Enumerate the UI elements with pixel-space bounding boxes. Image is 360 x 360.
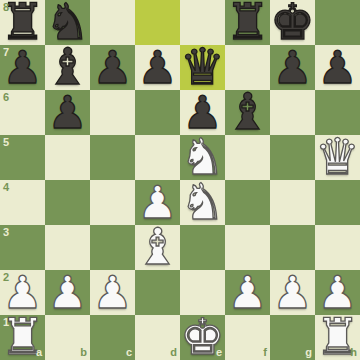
black-bishop[interactable]: ♝ bbox=[225, 90, 270, 135]
file-label-a: a bbox=[36, 347, 42, 358]
square-c7[interactable]: ♟ bbox=[90, 45, 135, 90]
square-a6[interactable]: 6 bbox=[0, 90, 45, 135]
square-e1[interactable]: e♚ bbox=[180, 315, 225, 360]
rank-label-7: 7 bbox=[3, 47, 9, 58]
square-a1[interactable]: 1a♜ bbox=[0, 315, 45, 360]
square-g5[interactable] bbox=[270, 135, 315, 180]
square-d5[interactable] bbox=[135, 135, 180, 180]
square-d3[interactable]: ♝ bbox=[135, 225, 180, 270]
square-e3[interactable] bbox=[180, 225, 225, 270]
rank-label-1: 1 bbox=[3, 317, 9, 328]
square-d7[interactable]: ♟ bbox=[135, 45, 180, 90]
square-d6[interactable] bbox=[135, 90, 180, 135]
square-a4[interactable]: 4 bbox=[0, 180, 45, 225]
file-label-f: f bbox=[263, 347, 267, 358]
white-pawn[interactable]: ♟ bbox=[47, 270, 87, 315]
square-h3[interactable] bbox=[315, 225, 360, 270]
square-h5[interactable]: ♛ bbox=[315, 135, 360, 180]
square-f2[interactable]: ♟ bbox=[225, 270, 270, 315]
square-b7[interactable]: ♝ bbox=[45, 45, 90, 90]
white-pawn[interactable]: ♟ bbox=[227, 270, 267, 315]
square-f1[interactable]: f bbox=[225, 315, 270, 360]
black-pawn[interactable]: ♟ bbox=[47, 90, 87, 135]
black-pawn[interactable]: ♟ bbox=[137, 45, 177, 90]
square-g6[interactable] bbox=[270, 90, 315, 135]
square-c1[interactable]: c bbox=[90, 315, 135, 360]
square-a7[interactable]: 7♟ bbox=[0, 45, 45, 90]
square-f8[interactable]: ♜ bbox=[225, 0, 270, 45]
black-bishop[interactable]: ♝ bbox=[45, 45, 90, 90]
white-queen[interactable]: ♛ bbox=[315, 135, 360, 180]
square-h1[interactable]: h♜ bbox=[315, 315, 360, 360]
square-g7[interactable]: ♟ bbox=[270, 45, 315, 90]
file-label-d: d bbox=[170, 347, 177, 358]
white-knight[interactable]: ♞ bbox=[180, 180, 225, 225]
rank-label-6: 6 bbox=[3, 92, 9, 103]
square-g8[interactable]: ♚ bbox=[270, 0, 315, 45]
square-a3[interactable]: 3 bbox=[0, 225, 45, 270]
square-f6[interactable]: ♝ bbox=[225, 90, 270, 135]
square-f3[interactable] bbox=[225, 225, 270, 270]
file-label-h: h bbox=[350, 347, 357, 358]
square-f4[interactable] bbox=[225, 180, 270, 225]
square-a5[interactable]: 5 bbox=[0, 135, 45, 180]
white-pawn[interactable]: ♟ bbox=[92, 270, 132, 315]
square-d1[interactable]: d bbox=[135, 315, 180, 360]
square-c2[interactable]: ♟ bbox=[90, 270, 135, 315]
rank-label-4: 4 bbox=[3, 182, 9, 193]
square-e4[interactable]: ♞ bbox=[180, 180, 225, 225]
square-e7[interactable]: ♛ bbox=[180, 45, 225, 90]
rank-label-3: 3 bbox=[3, 227, 9, 238]
square-f5[interactable] bbox=[225, 135, 270, 180]
square-b4[interactable] bbox=[45, 180, 90, 225]
black-king[interactable]: ♚ bbox=[270, 0, 315, 45]
black-queen[interactable]: ♛ bbox=[180, 45, 225, 90]
rank-label-8: 8 bbox=[3, 2, 9, 13]
black-pawn[interactable]: ♟ bbox=[317, 45, 357, 90]
rank-label-2: 2 bbox=[3, 272, 9, 283]
square-g1[interactable]: g bbox=[270, 315, 315, 360]
square-a8[interactable]: 8♜ bbox=[0, 0, 45, 45]
file-label-b: b bbox=[80, 347, 87, 358]
square-d2[interactable] bbox=[135, 270, 180, 315]
square-d8[interactable] bbox=[135, 0, 180, 45]
file-label-g: g bbox=[305, 347, 312, 358]
file-label-c: c bbox=[126, 347, 132, 358]
square-g4[interactable] bbox=[270, 180, 315, 225]
square-b1[interactable]: b bbox=[45, 315, 90, 360]
square-b5[interactable] bbox=[45, 135, 90, 180]
square-c4[interactable] bbox=[90, 180, 135, 225]
black-pawn[interactable]: ♟ bbox=[272, 45, 312, 90]
rank-label-5: 5 bbox=[3, 137, 9, 148]
square-b6[interactable]: ♟ bbox=[45, 90, 90, 135]
chess-board[interactable]: 8♜♞♜♚7♟♝♟♟♛♟♟6♟♟♝5♞♛4♟♞3♝2♟♟♟♟♟♟1a♜bcde♚… bbox=[0, 0, 360, 360]
square-g2[interactable]: ♟ bbox=[270, 270, 315, 315]
square-b2[interactable]: ♟ bbox=[45, 270, 90, 315]
square-c8[interactable] bbox=[90, 0, 135, 45]
file-label-e: e bbox=[216, 347, 222, 358]
square-h8[interactable] bbox=[315, 0, 360, 45]
square-c3[interactable] bbox=[90, 225, 135, 270]
square-g3[interactable] bbox=[270, 225, 315, 270]
black-pawn[interactable]: ♟ bbox=[92, 45, 132, 90]
square-b3[interactable] bbox=[45, 225, 90, 270]
square-c6[interactable] bbox=[90, 90, 135, 135]
square-h4[interactable] bbox=[315, 180, 360, 225]
white-pawn[interactable]: ♟ bbox=[272, 270, 312, 315]
square-c5[interactable] bbox=[90, 135, 135, 180]
black-rook[interactable]: ♜ bbox=[225, 0, 270, 45]
white-bishop[interactable]: ♝ bbox=[135, 225, 180, 270]
square-h7[interactable]: ♟ bbox=[315, 45, 360, 90]
